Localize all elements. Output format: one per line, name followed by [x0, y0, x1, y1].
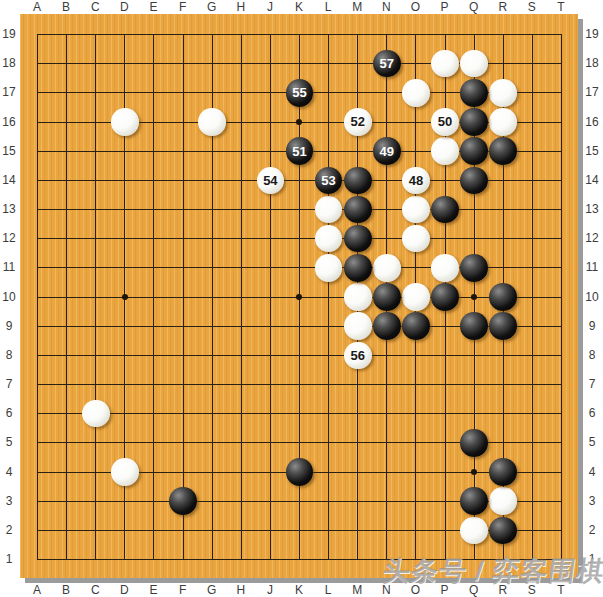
stone-black-Q16: [460, 108, 488, 136]
stone-black-R4: [489, 458, 517, 486]
go-board: 48505254564951535557: [20, 14, 578, 578]
coord-label-bottom-E: E: [149, 583, 157, 597]
coord-label-left-10: 10: [2, 290, 15, 304]
star-point-Q10: [471, 294, 477, 300]
coord-label-top-O: O: [411, 0, 420, 14]
stone-white-P11: [431, 254, 459, 282]
stone-white-O14-move-48: 48: [402, 167, 430, 195]
stone-black-Q17: [460, 79, 488, 107]
coord-label-top-H: H: [236, 0, 245, 14]
board-grid: 48505254564951535557: [37, 34, 562, 560]
coord-label-right-18: 18: [585, 56, 598, 70]
coord-label-bottom-B: B: [62, 583, 70, 597]
coord-label-right-17: 17: [585, 85, 598, 99]
stone-white-D4: [111, 458, 139, 486]
stone-white-D16: [111, 108, 139, 136]
stone-black-K15-move-51: 51: [286, 137, 314, 165]
stone-black-M12: [344, 225, 372, 253]
coord-label-right-19: 19: [585, 27, 598, 41]
stone-black-N18-move-57: 57: [373, 50, 401, 78]
coord-label-top-L: L: [325, 0, 332, 14]
coord-label-bottom-F: F: [179, 583, 186, 597]
stone-white-R16: [489, 108, 517, 136]
coord-label-left-14: 14: [2, 173, 15, 187]
stone-black-R15: [489, 137, 517, 165]
coord-label-top-T: T: [557, 0, 564, 14]
coord-label-top-Q: Q: [469, 0, 478, 14]
coord-label-top-A: A: [33, 0, 41, 14]
stone-black-K4: [286, 458, 314, 486]
stone-white-P18: [431, 50, 459, 78]
stone-white-P15: [431, 137, 459, 165]
stone-black-N10: [373, 283, 401, 311]
coord-label-right-6: 6: [589, 406, 596, 420]
coord-label-right-2: 2: [589, 523, 596, 537]
coord-label-bottom-M: M: [352, 583, 362, 597]
coord-label-top-D: D: [120, 0, 129, 14]
coord-label-left-18: 18: [2, 56, 15, 70]
coord-label-left-9: 9: [6, 319, 13, 333]
coord-label-top-K: K: [295, 0, 303, 14]
coord-label-top-F: F: [179, 0, 186, 14]
stone-white-G16: [198, 108, 226, 136]
stone-black-N9: [373, 312, 401, 340]
coord-label-top-C: C: [91, 0, 100, 14]
stone-white-O10: [402, 283, 430, 311]
watermark: 头条号 / 弈客围棋: [380, 553, 603, 589]
stone-white-L13: [315, 196, 343, 224]
coord-label-left-6: 6: [6, 406, 13, 420]
star-point-K10: [296, 294, 302, 300]
coord-label-right-14: 14: [585, 173, 598, 187]
coord-label-left-8: 8: [6, 348, 13, 362]
coord-label-right-13: 13: [585, 202, 598, 216]
coord-label-right-9: 9: [589, 319, 596, 333]
stone-white-J14-move-54: 54: [257, 167, 285, 195]
stone-black-P13: [431, 196, 459, 224]
coord-label-right-10: 10: [585, 290, 598, 304]
stone-white-R17: [489, 79, 517, 107]
stone-black-N15-move-49: 49: [373, 137, 401, 165]
coord-label-left-11: 11: [3, 260, 15, 274]
coord-label-bottom-D: D: [120, 583, 129, 597]
stone-black-R9: [489, 312, 517, 340]
stone-black-O9: [402, 312, 430, 340]
stone-black-Q9: [460, 312, 488, 340]
coord-label-left-13: 13: [2, 202, 15, 216]
coord-label-left-16: 16: [2, 115, 15, 129]
stone-white-N11: [373, 254, 401, 282]
coord-label-top-R: R: [498, 0, 507, 14]
stone-black-K17-move-55: 55: [286, 79, 314, 107]
stone-white-O17: [402, 79, 430, 107]
stone-white-M9: [344, 312, 372, 340]
coord-label-top-S: S: [528, 0, 536, 14]
coord-label-bottom-K: K: [295, 583, 303, 597]
stone-white-C6: [82, 400, 110, 428]
coord-label-right-3: 3: [589, 494, 596, 508]
coord-label-top-M: M: [352, 0, 362, 14]
coord-label-bottom-L: L: [325, 583, 332, 597]
stone-white-Q2: [460, 517, 488, 545]
coord-label-top-P: P: [441, 0, 449, 14]
stone-white-R3: [489, 487, 517, 515]
coord-label-right-12: 12: [585, 231, 598, 245]
coord-label-top-B: B: [62, 0, 70, 14]
coord-label-right-7: 7: [589, 377, 596, 391]
stone-black-P10: [431, 283, 459, 311]
coord-label-left-15: 15: [2, 144, 15, 158]
stone-white-O12: [402, 225, 430, 253]
coord-label-bottom-A: A: [33, 583, 41, 597]
coord-label-bottom-C: C: [91, 583, 100, 597]
stone-black-Q11: [460, 254, 488, 282]
coord-label-left-4: 4: [6, 465, 13, 479]
stone-black-R2: [489, 517, 517, 545]
coord-label-left-12: 12: [2, 231, 15, 245]
stone-white-M16-move-52: 52: [344, 108, 372, 136]
stone-black-M14: [344, 167, 372, 195]
star-point-K16: [296, 119, 302, 125]
coord-label-top-G: G: [207, 0, 216, 14]
stone-black-Q5: [460, 429, 488, 457]
stone-white-L11: [315, 254, 343, 282]
coord-label-top-N: N: [382, 0, 391, 14]
coord-label-right-5: 5: [589, 435, 596, 449]
stone-black-Q14: [460, 167, 488, 195]
coord-label-right-8: 8: [589, 348, 596, 362]
coord-label-bottom-J: J: [267, 583, 273, 597]
coord-label-left-2: 2: [6, 523, 13, 537]
coord-label-left-3: 3: [6, 494, 13, 508]
stone-black-L14-move-53: 53: [315, 167, 343, 195]
coord-label-bottom-G: G: [207, 583, 216, 597]
coord-label-top-E: E: [149, 0, 157, 14]
coord-label-right-11: 11: [586, 260, 598, 274]
stone-black-M13: [344, 196, 372, 224]
stone-white-L12: [315, 225, 343, 253]
coord-label-bottom-H: H: [236, 583, 245, 597]
coord-label-left-19: 19: [2, 27, 15, 41]
coord-label-right-16: 16: [585, 115, 598, 129]
coord-label-top-J: J: [267, 0, 273, 14]
stone-white-M8-move-56: 56: [344, 342, 372, 370]
coord-label-left-1: 1: [6, 552, 13, 566]
coord-label-left-17: 17: [2, 85, 15, 99]
stone-white-M10: [344, 283, 372, 311]
stone-white-Q18: [460, 50, 488, 78]
go-diagram-page: { "game": "go (weiqi), 19x19 board diagr…: [0, 0, 603, 597]
stone-white-O13: [402, 196, 430, 224]
stone-black-R10: [489, 283, 517, 311]
star-point-Q4: [471, 469, 477, 475]
stone-black-F3: [169, 487, 197, 515]
stone-black-Q3: [460, 487, 488, 515]
stone-black-M11: [344, 254, 372, 282]
coord-label-left-5: 5: [6, 435, 13, 449]
coord-label-right-4: 4: [589, 465, 596, 479]
star-point-D10: [122, 294, 128, 300]
coord-label-right-15: 15: [585, 144, 598, 158]
stone-black-Q15: [460, 137, 488, 165]
stone-white-P16-move-50: 50: [431, 108, 459, 136]
coord-label-left-7: 7: [6, 377, 13, 391]
